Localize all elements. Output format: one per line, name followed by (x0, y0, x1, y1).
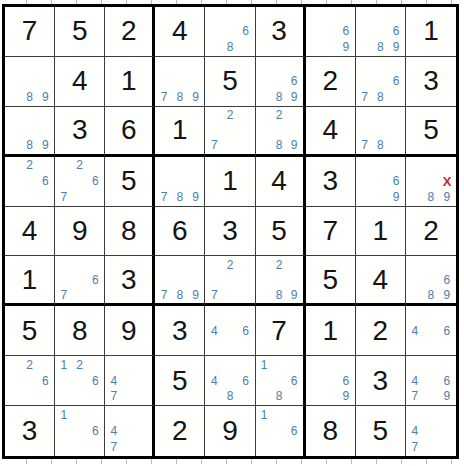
cell-value: 3 (373, 367, 389, 395)
empty-slot (257, 108, 272, 123)
cell-value: 8 (72, 317, 88, 345)
empty-slot (206, 357, 222, 373)
cell-r4c4[interactable]: 789 (155, 157, 205, 207)
cell-r4c2[interactable]: 267 (55, 157, 105, 207)
empty-slot (156, 272, 172, 287)
candidate-digit: 6 (287, 423, 302, 439)
cell-r8c7[interactable]: 69 (306, 356, 356, 406)
cell-value: 5 (373, 417, 389, 445)
empty-slot (238, 272, 254, 287)
cell-r4c6[interactable]: 4 (256, 157, 306, 207)
empty-slot (423, 423, 439, 439)
candidate-grid: 289 (257, 108, 302, 153)
empty-slot (56, 173, 72, 189)
candidate-digit: 8 (172, 287, 188, 302)
empty-slot (206, 257, 222, 272)
empty-slot (423, 339, 439, 355)
candidate-digit: 2 (272, 108, 287, 123)
empty-slot (287, 108, 302, 123)
empty-slot (6, 74, 22, 90)
empty-slot (423, 357, 439, 373)
empty-slot (156, 74, 172, 90)
candidate-digit: 9 (439, 189, 455, 205)
empty-slot (307, 24, 323, 40)
cell-r6c9[interactable]: 689 (406, 256, 456, 306)
cell-value: 5 (172, 367, 188, 395)
empty-slot (22, 58, 38, 74)
empty-slot (222, 323, 238, 339)
empty-slot (338, 8, 354, 24)
candidate-digit: 8 (272, 89, 287, 105)
cell-r7c3[interactable]: 9 (105, 306, 155, 356)
cell-r1c9[interactable]: 1 (406, 7, 456, 57)
candidate-grid: 67 (56, 257, 103, 302)
cell-r3c4[interactable]: 1 (155, 107, 205, 157)
cell-r7c6[interactable]: 7 (256, 306, 306, 356)
empty-slot (423, 323, 439, 339)
empty-slot (37, 189, 53, 205)
cell-r9c3[interactable]: 47 (105, 406, 155, 456)
empty-slot (423, 257, 439, 272)
candidate-digit: 7 (56, 189, 72, 205)
empty-slot (238, 138, 254, 153)
candidate-grid: 4679 (407, 357, 455, 404)
empty-slot (388, 89, 404, 105)
candidate-grid: 68 (206, 8, 253, 55)
empty-slot (272, 272, 287, 287)
empty-slot (287, 439, 302, 455)
empty-slot (188, 272, 204, 287)
cell-r7c9[interactable]: 46 (406, 306, 456, 356)
empty-slot (88, 439, 104, 455)
cell-r1c8[interactable]: 689 (356, 7, 406, 57)
cell-value: 2 (121, 17, 137, 45)
cell-r4c8[interactable]: 69 (356, 157, 406, 207)
cell-r7c5[interactable]: 46 (205, 306, 255, 356)
empty-slot (322, 24, 338, 40)
empty-slot (172, 74, 188, 90)
cell-r6c3[interactable]: 3 (105, 256, 155, 306)
cell-r6c1[interactable]: 1 (5, 256, 55, 306)
empty-slot (439, 423, 455, 439)
cell-r3c6[interactable]: 289 (256, 107, 306, 157)
cell-value: 3 (22, 417, 38, 445)
empty-slot (222, 24, 238, 40)
empty-slot (188, 74, 204, 90)
cell-r4c5[interactable]: 1 (205, 157, 255, 207)
empty-slot (88, 257, 104, 272)
empty-slot (257, 74, 272, 90)
candidate-digit: 6 (88, 373, 104, 389)
cell-r2c6[interactable]: 689 (256, 57, 306, 107)
cell-value: 2 (373, 317, 389, 345)
cell-r9c8[interactable]: 5 (356, 406, 406, 456)
cell-r2c3[interactable]: 1 (105, 57, 155, 107)
cell-value: 5 (322, 266, 338, 294)
candidate-digit: 6 (238, 373, 254, 389)
empty-slot (136, 373, 151, 389)
candidate-digit: 1 (257, 357, 272, 373)
candidate-digit: 2 (272, 257, 287, 272)
cell-r8c5[interactable]: 468 (205, 356, 255, 406)
empty-slot (206, 8, 222, 24)
empty-slot (257, 423, 272, 439)
cell-r9c5[interactable]: 9 (205, 406, 255, 456)
candidate-digit: 6 (37, 373, 53, 389)
empty-slot (322, 373, 338, 389)
candidate-grid: 89 (6, 58, 53, 105)
empty-slot (407, 407, 423, 423)
cell-value: 5 (271, 217, 287, 245)
empty-slot (307, 39, 323, 55)
empty-slot (37, 58, 53, 74)
empty-slot (357, 8, 373, 24)
cell-r1c3[interactable]: 2 (105, 7, 155, 57)
empty-slot (106, 357, 121, 373)
empty-slot (272, 423, 287, 439)
cell-r5c7[interactable]: 7 (306, 207, 356, 257)
cell-r5c3[interactable]: 8 (105, 207, 155, 257)
candidate-digit: 8 (222, 39, 238, 55)
empty-slot (238, 287, 254, 302)
empty-slot (206, 123, 222, 138)
candidate-digit: 8 (172, 189, 188, 205)
cell-value: 9 (222, 417, 238, 445)
empty-slot (136, 357, 151, 373)
candidate-grid: 47 (407, 407, 455, 455)
cell-r7c4[interactable]: 3 (155, 306, 205, 356)
cell-r1c4[interactable]: 4 (155, 7, 205, 57)
candidate-digit: 8 (22, 138, 38, 153)
candidate-digit: 6 (439, 272, 455, 287)
cell-r3c5[interactable]: 27 (205, 107, 255, 157)
empty-slot (222, 287, 238, 302)
empty-slot (136, 388, 151, 404)
cell-r2c1[interactable]: 89 (5, 57, 55, 107)
empty-slot (287, 123, 302, 138)
empty-slot (238, 108, 254, 123)
empty-slot (407, 257, 423, 272)
empty-slot (372, 158, 388, 174)
empty-slot (357, 189, 373, 205)
empty-slot (22, 173, 38, 189)
cell-r9c6[interactable]: 16 (256, 406, 306, 456)
candidate-grid: 69 (307, 8, 354, 55)
candidate-digit: 1 (56, 357, 72, 373)
cell-r9c2[interactable]: 16 (55, 406, 105, 456)
cell-r3c8[interactable]: 78 (356, 107, 406, 157)
cell-r2c9[interactable]: 3 (406, 57, 456, 107)
cell-r1c5[interactable]: 68 (205, 7, 255, 57)
empty-slot (206, 39, 222, 55)
cell-r6c8[interactable]: 4 (356, 256, 406, 306)
cell-r2c4[interactable]: 789 (155, 57, 205, 107)
cell-r6c4[interactable]: 789 (155, 256, 205, 306)
empty-slot (372, 74, 388, 90)
empty-slot (388, 108, 404, 123)
empty-slot (372, 24, 388, 40)
candidate-grid: 126 (56, 357, 103, 404)
candidate-grid: 168 (257, 357, 302, 404)
cell-r6c6[interactable]: 289 (256, 256, 306, 306)
empty-slot (287, 407, 302, 423)
cell-r9c1[interactable]: 3 (5, 406, 55, 456)
empty-slot (121, 407, 136, 423)
candidate-digit: 4 (106, 423, 121, 439)
empty-slot (357, 108, 373, 123)
empty-slot (222, 357, 238, 373)
cell-r6c2[interactable]: 67 (55, 256, 105, 306)
empty-slot (88, 388, 104, 404)
candidate-digit: 2 (22, 357, 38, 373)
empty-slot (287, 272, 302, 287)
empty-slot (388, 138, 404, 153)
cell-value: 7 (22, 17, 38, 45)
empty-slot (439, 158, 455, 174)
empty-slot (423, 173, 439, 189)
cell-r8c8[interactable]: 3 (356, 356, 406, 406)
cell-value: 8 (322, 417, 338, 445)
cell-value: 3 (222, 217, 238, 245)
cell-r3c2[interactable]: 3 (55, 107, 105, 157)
cell-r2c5[interactable]: 5 (205, 57, 255, 107)
candidate-digit: 6 (388, 24, 404, 40)
empty-slot (6, 58, 22, 74)
cell-value: 3 (271, 17, 287, 45)
empty-slot (56, 257, 72, 272)
empty-slot (56, 373, 72, 389)
empty-slot (357, 123, 373, 138)
empty-slot (307, 8, 323, 24)
cell-r5c4[interactable]: 6 (155, 207, 205, 257)
cell-r8c9[interactable]: 4679 (406, 356, 456, 406)
cell-r6c5[interactable]: 27 (205, 256, 255, 306)
candidate-digit: 6 (338, 373, 354, 389)
sudoku-app: 7524683696891894178956892678389361272894… (0, 0, 464, 466)
empty-slot (88, 189, 104, 205)
cell-value: 1 (22, 266, 38, 294)
cell-r3c1[interactable]: 89 (5, 107, 55, 157)
empty-slot (37, 357, 53, 373)
cell-r4c1[interactable]: 26 (5, 157, 55, 207)
cell-value: 9 (121, 317, 137, 345)
cell-r1c1[interactable]: 7 (5, 7, 55, 57)
empty-slot (257, 257, 272, 272)
candidate-digit: 8 (423, 287, 439, 302)
sudoku-board: 7524683696891894178956892678389361272894… (2, 4, 459, 459)
empty-slot (6, 189, 22, 205)
cell-r7c2[interactable]: 8 (55, 306, 105, 356)
empty-slot (6, 108, 22, 123)
candidate-grid: 789 (156, 257, 203, 302)
cell-r9c7[interactable]: 8 (306, 406, 356, 456)
candidate-grid: 27 (206, 257, 253, 302)
empty-slot (188, 257, 204, 272)
empty-slot (372, 189, 388, 205)
cell-r3c7[interactable]: 4 (306, 107, 356, 157)
candidate-digit: 2 (72, 158, 88, 174)
cell-r1c2[interactable]: 5 (55, 7, 105, 57)
cell-r1c7[interactable]: 69 (306, 7, 356, 57)
cell-r7c1[interactable]: 5 (5, 306, 55, 356)
empty-slot (37, 388, 53, 404)
empty-slot (287, 257, 302, 272)
empty-slot (238, 123, 254, 138)
empty-slot (322, 39, 338, 55)
candidate-grid: 468 (206, 357, 253, 404)
cell-r7c7[interactable]: 1 (306, 306, 356, 356)
empty-slot (388, 123, 404, 138)
cell-value: 5 (121, 167, 137, 195)
empty-slot (388, 158, 404, 174)
empty-slot (6, 89, 22, 105)
empty-slot (121, 388, 136, 404)
empty-slot (22, 189, 38, 205)
candidate-digit: 9 (188, 287, 204, 302)
candidate-digit: 7 (357, 89, 373, 105)
cell-value: 4 (373, 266, 389, 294)
empty-slot (257, 272, 272, 287)
empty-slot (439, 257, 455, 272)
cell-r8c4[interactable]: 5 (155, 356, 205, 406)
candidate-digit: 7 (156, 189, 172, 205)
cell-r6c7[interactable]: 5 (306, 256, 356, 306)
empty-slot (238, 8, 254, 24)
cell-value: 6 (121, 116, 137, 144)
candidate-digit: 8 (272, 138, 287, 153)
empty-slot (56, 388, 72, 404)
candidate-grid: 689 (407, 257, 455, 302)
empty-slot (156, 58, 172, 74)
cell-r2c2[interactable]: 4 (55, 57, 105, 107)
empty-slot (439, 307, 455, 323)
empty-slot (257, 123, 272, 138)
candidate-digit: 7 (206, 287, 222, 302)
cell-r1c6[interactable]: 3 (256, 7, 306, 57)
empty-slot (72, 173, 88, 189)
cell-r5c6[interactable]: 5 (256, 207, 306, 257)
candidate-grid: 689 (257, 58, 302, 105)
candidate-digit: 8 (172, 89, 188, 105)
empty-slot (372, 173, 388, 189)
empty-slot (22, 123, 38, 138)
cell-r2c8[interactable]: 678 (356, 57, 406, 107)
cell-r5c8[interactable]: 1 (356, 207, 406, 257)
cell-r2c7[interactable]: 2 (306, 57, 356, 107)
cell-r3c9[interactable]: 5 (406, 107, 456, 157)
cell-r4c9[interactable]: X89 (406, 157, 456, 207)
candidate-grid: 26 (6, 158, 53, 205)
cell-value: 7 (322, 217, 338, 245)
cell-r5c5[interactable]: 3 (205, 207, 255, 257)
candidate-grid: 26 (6, 357, 53, 404)
cell-r8c2[interactable]: 126 (55, 356, 105, 406)
candidate-grid: 289 (257, 257, 302, 302)
empty-slot (88, 287, 104, 302)
cell-r9c9[interactable]: 47 (406, 406, 456, 456)
empty-slot (222, 307, 238, 323)
empty-slot (6, 158, 22, 174)
empty-slot (238, 307, 254, 323)
empty-slot (88, 357, 104, 373)
empty-slot (272, 74, 287, 90)
empty-slot (287, 58, 302, 74)
empty-slot (172, 58, 188, 74)
empty-slot (56, 158, 72, 174)
candidate-digit: 8 (372, 39, 388, 55)
candidate-digit: 8 (272, 388, 287, 404)
empty-slot (372, 58, 388, 74)
candidate-grid: 78 (357, 108, 404, 153)
cell-value: 4 (271, 167, 287, 195)
empty-slot (22, 373, 38, 389)
empty-slot (37, 74, 53, 90)
empty-slot (257, 287, 272, 302)
cell-r4c7[interactable]: 3 (306, 157, 356, 207)
candidate-grid: X89 (407, 158, 455, 205)
cell-value: 9 (72, 217, 88, 245)
empty-slot (222, 339, 238, 355)
empty-slot (72, 439, 88, 455)
empty-slot (206, 108, 222, 123)
cell-r8c3[interactable]: 47 (105, 356, 155, 406)
cell-value: 3 (172, 317, 188, 345)
empty-slot (338, 357, 354, 373)
cell-r5c1[interactable]: 4 (5, 207, 55, 257)
cell-value: 4 (22, 217, 38, 245)
empty-slot (307, 373, 323, 389)
empty-slot (357, 158, 373, 174)
empty-slot (407, 173, 423, 189)
candidate-digit: 6 (388, 173, 404, 189)
empty-slot (407, 287, 423, 302)
empty-slot (206, 339, 222, 355)
empty-slot (287, 357, 302, 373)
empty-slot (106, 407, 121, 423)
candidate-digit: 7 (106, 388, 121, 404)
candidate-digit: 6 (388, 74, 404, 90)
empty-slot (423, 158, 439, 174)
cell-r5c2[interactable]: 9 (55, 207, 105, 257)
candidate-digit: 6 (88, 423, 104, 439)
candidate-digit: 1 (257, 407, 272, 423)
candidate-grid: 16 (56, 407, 103, 455)
empty-slot (156, 173, 172, 189)
cell-r7c8[interactable]: 2 (356, 306, 406, 356)
cell-r4c3[interactable]: 5 (105, 157, 155, 207)
empty-slot (88, 407, 104, 423)
empty-slot (136, 439, 151, 455)
candidate-digit: 4 (407, 373, 423, 389)
cell-r3c3[interactable]: 6 (105, 107, 155, 157)
candidate-digit: 9 (287, 89, 302, 105)
cell-r9c4[interactable]: 2 (155, 406, 205, 456)
cell-r5c9[interactable]: 2 (406, 207, 456, 257)
empty-slot (72, 373, 88, 389)
empty-slot (272, 123, 287, 138)
candidate-grid: 89 (6, 108, 53, 153)
empty-slot (238, 357, 254, 373)
candidate-grid: 46 (407, 307, 455, 354)
candidate-digit: 8 (272, 287, 287, 302)
cell-r8c1[interactable]: 26 (5, 356, 55, 406)
candidate-digit: 7 (156, 89, 172, 105)
empty-slot (172, 158, 188, 174)
empty-slot (22, 74, 38, 90)
cell-r8c6[interactable]: 168 (256, 356, 306, 406)
candidate-digit: 9 (188, 89, 204, 105)
empty-slot (407, 189, 423, 205)
